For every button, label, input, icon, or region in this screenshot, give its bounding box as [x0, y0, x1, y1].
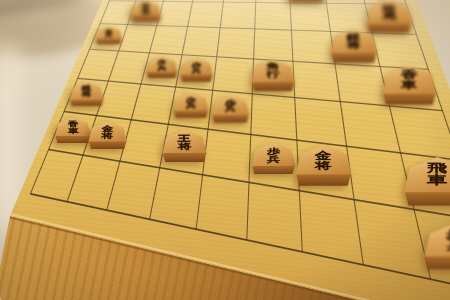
- shogi-piece-銀将: 銀将: [331, 29, 378, 64]
- piece-top-face: 香車: [131, 0, 162, 17]
- piece-top-face: 香車: [382, 65, 437, 95]
- piece-kanji: 角行: [266, 64, 279, 80]
- piece-kanji: 歩兵: [157, 59, 166, 70]
- shogi-piece-飛車: 飛車: [404, 157, 450, 207]
- piece-kanji: 歩兵: [186, 96, 197, 108]
- piece-kanji: 金将: [102, 125, 114, 139]
- shogi-piece-歩兵: 歩兵: [96, 26, 122, 45]
- shogi-piece-歩兵: 歩兵: [146, 57, 177, 80]
- piece-top-face: 歩兵: [424, 223, 450, 258]
- piece-side-face: [212, 115, 250, 123]
- piece-side-face: [404, 192, 450, 205]
- piece-side-face: [131, 16, 162, 22]
- piece-top-face: 王将: [162, 130, 207, 154]
- shogi-photo-stage: 桂馬香車桂馬歩兵銀将歩兵歩兵角行香車銀将歩兵歩兵香車金将王将歩兵金将飛車歩兵: [0, 0, 450, 300]
- piece-side-face: [382, 94, 437, 105]
- piece-top-face: 歩兵: [212, 96, 250, 116]
- piece-top-face: 角行: [251, 59, 295, 83]
- piece-top-face: 歩兵: [251, 143, 295, 167]
- shogi-piece-歩兵: 歩兵: [424, 223, 450, 271]
- piece-top-face: 飛車: [404, 157, 450, 193]
- shogi-piece-桂馬: 桂馬: [288, 0, 326, 3]
- shogi-piece-王将: 王将: [162, 130, 207, 163]
- piece-side-face: [251, 166, 295, 175]
- shogi-piece-歩兵: 歩兵: [212, 96, 250, 124]
- shogi-piece-歩兵: 歩兵: [251, 143, 295, 176]
- piece-side-face: [162, 153, 207, 162]
- piece-kanji: 歩兵: [446, 229, 450, 252]
- piece-top-face: 歩兵: [146, 57, 177, 74]
- piece-top-face: 銀将: [70, 82, 104, 100]
- piece-side-face: [288, 0, 326, 2]
- shogi-piece-歩兵: 歩兵: [173, 93, 208, 119]
- piece-top-face: 金将: [295, 145, 351, 175]
- piece-side-face: [55, 136, 91, 143]
- piece-top-face: 香車: [55, 118, 91, 138]
- shogi-piece-銀将: 銀将: [70, 82, 104, 107]
- piece-kanji: 王将: [178, 134, 191, 150]
- piece-side-face: [173, 111, 208, 118]
- shogi-piece-香車: 香車: [382, 65, 437, 105]
- shogi-piece-香車: 香車: [55, 118, 91, 145]
- shogi-piece-金将: 金将: [88, 122, 127, 151]
- piece-side-face: [96, 39, 122, 44]
- piece-kanji: 銀将: [82, 85, 92, 97]
- piece-side-face: [70, 100, 104, 107]
- piece-top-face: 桂馬: [366, 0, 412, 25]
- piece-side-face: [424, 256, 450, 269]
- piece-side-face: [146, 72, 177, 78]
- pieces-layer: 桂馬香車桂馬歩兵銀将歩兵歩兵角行香車銀将歩兵歩兵香車金将王将歩兵金将飛車歩兵: [0, 0, 450, 300]
- piece-kanji: 歩兵: [267, 147, 280, 163]
- shogi-piece-角行: 角行: [251, 59, 295, 92]
- piece-top-face: 金将: [88, 122, 127, 143]
- shogi-piece-歩兵: 歩兵: [180, 58, 213, 82]
- piece-top-face: 銀将: [331, 29, 378, 54]
- piece-kanji: 桂馬: [382, 4, 396, 20]
- piece-side-face: [180, 75, 213, 82]
- piece-kanji: 飛車: [427, 163, 447, 187]
- piece-top-face: 歩兵: [180, 58, 213, 76]
- piece-side-face: [295, 174, 351, 185]
- piece-kanji: 香車: [68, 121, 79, 134]
- piece-kanji: 歩兵: [192, 61, 202, 73]
- shogi-piece-香車: 香車: [131, 0, 162, 23]
- piece-kanji: 香車: [141, 3, 150, 14]
- piece-side-face: [251, 82, 295, 91]
- piece-top-face: 歩兵: [173, 93, 208, 112]
- piece-side-face: [88, 141, 127, 149]
- piece-kanji: 歩兵: [225, 99, 236, 112]
- shogi-piece-金将: 金将: [295, 145, 351, 187]
- piece-top-face: 歩兵: [96, 26, 122, 40]
- piece-kanji: 歩兵: [105, 29, 113, 38]
- piece-kanji: 香車: [401, 70, 417, 89]
- piece-kanji: 金将: [315, 150, 332, 170]
- piece-side-face: [331, 53, 378, 62]
- piece-kanji: 銀将: [347, 33, 361, 49]
